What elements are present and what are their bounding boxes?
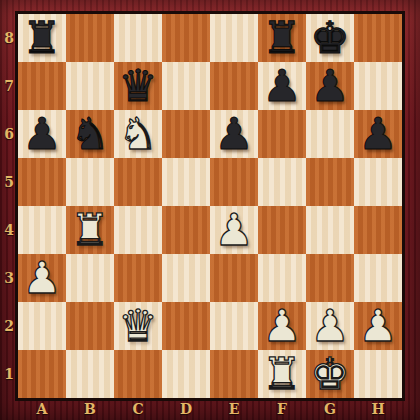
board: ♜♜♚♛♟♟♟♞♞♟♟♜♟♟♛♟♟♟♜♚ [18,14,402,398]
square-f7[interactable]: ♟ [258,62,306,110]
square-b2[interactable] [66,302,114,350]
piece-white-pawn[interactable]: ♟ [310,302,349,350]
rank-label-1: 1 [0,350,18,398]
piece-white-pawn[interactable]: ♟ [262,302,301,350]
rank-label-6: 6 [0,110,18,158]
square-d2[interactable] [162,302,210,350]
file-label-b: B [66,398,114,420]
square-h2[interactable]: ♟ [354,302,402,350]
square-f3[interactable] [258,254,306,302]
square-e4[interactable]: ♟ [210,206,258,254]
square-b6[interactable]: ♞ [66,110,114,158]
square-h8[interactable] [354,14,402,62]
square-e7[interactable] [210,62,258,110]
piece-white-pawn[interactable]: ♟ [22,254,61,302]
square-f8[interactable]: ♜ [258,14,306,62]
file-labels: ABCDEFGH [18,398,402,420]
square-g3[interactable] [306,254,354,302]
square-g8[interactable]: ♚ [306,14,354,62]
square-e8[interactable] [210,14,258,62]
square-h5[interactable] [354,158,402,206]
piece-white-queen[interactable]: ♛ [118,302,157,350]
piece-black-pawn[interactable]: ♟ [262,62,301,110]
square-e1[interactable] [210,350,258,398]
square-a5[interactable] [18,158,66,206]
square-b4[interactable]: ♜ [66,206,114,254]
square-g1[interactable]: ♚ [306,350,354,398]
square-h7[interactable] [354,62,402,110]
file-label-g: G [306,398,354,420]
square-d1[interactable] [162,350,210,398]
square-a6[interactable]: ♟ [18,110,66,158]
square-e2[interactable] [210,302,258,350]
square-b3[interactable] [66,254,114,302]
rank-label-7: 7 [0,62,18,110]
chess-board-widget: ♜♜♚♛♟♟♟♞♞♟♟♜♟♟♛♟♟♟♜♚ 87654321 ABCDEFGH [0,0,420,420]
square-b5[interactable] [66,158,114,206]
rank-label-4: 4 [0,206,18,254]
piece-black-pawn[interactable]: ♟ [22,110,61,158]
square-a2[interactable] [18,302,66,350]
square-c6[interactable]: ♞ [114,110,162,158]
square-h4[interactable] [354,206,402,254]
piece-white-king[interactable]: ♚ [310,350,349,398]
piece-black-queen[interactable]: ♛ [118,62,157,110]
square-c5[interactable] [114,158,162,206]
square-g4[interactable] [306,206,354,254]
square-a3[interactable]: ♟ [18,254,66,302]
rank-labels: 87654321 [0,14,18,398]
piece-black-knight[interactable]: ♞ [70,110,109,158]
rank-label-8: 8 [0,14,18,62]
piece-black-rook[interactable]: ♜ [262,14,301,62]
piece-white-pawn[interactable]: ♟ [214,206,253,254]
file-label-c: C [114,398,162,420]
square-d8[interactable] [162,14,210,62]
square-d5[interactable] [162,158,210,206]
square-g6[interactable] [306,110,354,158]
piece-black-king[interactable]: ♚ [310,14,349,62]
square-c2[interactable]: ♛ [114,302,162,350]
rank-label-3: 3 [0,254,18,302]
square-f5[interactable] [258,158,306,206]
piece-black-pawn[interactable]: ♟ [358,110,397,158]
square-b8[interactable] [66,14,114,62]
square-g5[interactable] [306,158,354,206]
square-d6[interactable] [162,110,210,158]
square-d7[interactable] [162,62,210,110]
square-d4[interactable] [162,206,210,254]
piece-black-pawn[interactable]: ♟ [214,110,253,158]
file-label-d: D [162,398,210,420]
file-label-e: E [210,398,258,420]
square-a1[interactable] [18,350,66,398]
square-e5[interactable] [210,158,258,206]
file-label-h: H [354,398,402,420]
square-d3[interactable] [162,254,210,302]
square-e6[interactable]: ♟ [210,110,258,158]
file-label-f: F [258,398,306,420]
square-c7[interactable]: ♛ [114,62,162,110]
square-f6[interactable] [258,110,306,158]
square-e3[interactable] [210,254,258,302]
piece-white-knight[interactable]: ♞ [118,110,157,158]
piece-white-pawn[interactable]: ♟ [358,302,397,350]
piece-white-rook[interactable]: ♜ [70,206,109,254]
square-g2[interactable]: ♟ [306,302,354,350]
square-h1[interactable] [354,350,402,398]
square-f2[interactable]: ♟ [258,302,306,350]
square-c8[interactable] [114,14,162,62]
piece-black-pawn[interactable]: ♟ [310,62,349,110]
square-f4[interactable] [258,206,306,254]
piece-black-rook[interactable]: ♜ [22,14,61,62]
square-a7[interactable] [18,62,66,110]
square-c4[interactable] [114,206,162,254]
file-label-a: A [18,398,66,420]
square-f1[interactable]: ♜ [258,350,306,398]
square-c1[interactable] [114,350,162,398]
square-b7[interactable] [66,62,114,110]
square-g7[interactable]: ♟ [306,62,354,110]
rank-label-5: 5 [0,158,18,206]
square-c3[interactable] [114,254,162,302]
square-h3[interactable] [354,254,402,302]
square-a4[interactable] [18,206,66,254]
rank-label-2: 2 [0,302,18,350]
piece-white-rook[interactable]: ♜ [262,350,301,398]
square-b1[interactable] [66,350,114,398]
square-a8[interactable]: ♜ [18,14,66,62]
square-h6[interactable]: ♟ [354,110,402,158]
